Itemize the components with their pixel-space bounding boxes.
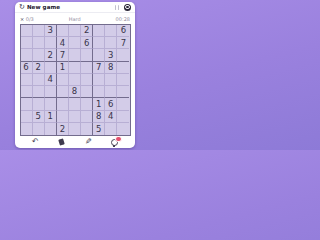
cell-r3c5[interactable] (69, 49, 81, 61)
timer: 00:28 (116, 16, 130, 22)
sudoku-board: 326467273621784816518425 (20, 24, 131, 136)
cell-r9c9[interactable] (117, 123, 129, 135)
cell-r4c8[interactable]: 8 (105, 62, 117, 74)
cell-r6c3[interactable] (45, 86, 57, 98)
cell-r1c3[interactable]: 3 (45, 25, 57, 37)
undo-icon: ↶ (32, 138, 39, 146)
cell-r1c2[interactable] (33, 25, 45, 37)
cell-r2c4[interactable]: 4 (57, 37, 69, 49)
cell-r6c4[interactable] (57, 86, 69, 98)
cell-r4c9[interactable] (117, 62, 129, 74)
mistakes-icon: × (20, 16, 24, 22)
cell-r3c7[interactable] (93, 49, 105, 61)
cell-r8c3[interactable]: 1 (45, 111, 57, 123)
cell-r3c3[interactable]: 2 (45, 49, 57, 61)
cell-r7c1[interactable] (21, 98, 33, 110)
cell-r8c2[interactable]: 5 (33, 111, 45, 123)
cell-r9c5[interactable] (69, 123, 81, 135)
cell-r4c2[interactable]: 2 (33, 62, 45, 74)
game-card: ↻ New game × 0/3 Hard 00:28 326467273621… (15, 2, 135, 148)
cell-r7c2[interactable] (33, 98, 45, 110)
cell-r8c5[interactable] (69, 111, 81, 123)
hint-badge (115, 136, 122, 143)
undo-button[interactable]: ↶ (29, 137, 41, 148)
cell-r6c9[interactable] (117, 86, 129, 98)
cell-r3c4[interactable]: 7 (57, 49, 69, 61)
cell-r1c8[interactable] (105, 25, 117, 37)
cell-r3c1[interactable] (21, 49, 33, 61)
cell-r3c9[interactable] (117, 49, 129, 61)
cell-r7c8[interactable]: 6 (105, 98, 117, 110)
cell-r4c6[interactable] (81, 62, 93, 74)
cell-r7c6[interactable] (81, 98, 93, 110)
settings-icon[interactable] (124, 4, 131, 11)
cell-r3c6[interactable] (81, 49, 93, 61)
cell-r2c9[interactable]: 7 (117, 37, 129, 49)
cell-r1c4[interactable] (57, 25, 69, 37)
erase-button[interactable] (56, 137, 68, 148)
cell-r5c6[interactable] (81, 74, 93, 86)
cell-r5c7[interactable] (93, 74, 105, 86)
cell-r5c8[interactable] (105, 74, 117, 86)
cell-r4c7[interactable]: 7 (93, 62, 105, 74)
cell-r9c1[interactable] (21, 123, 33, 135)
cell-r5c2[interactable] (33, 74, 45, 86)
cell-r2c1[interactable] (21, 37, 33, 49)
new-game-icon[interactable]: ↻ (19, 4, 25, 11)
eraser-icon (58, 138, 65, 145)
cell-r8c4[interactable] (57, 111, 69, 123)
cell-r2c3[interactable] (45, 37, 57, 49)
cell-r3c8[interactable]: 3 (105, 49, 117, 61)
cell-r5c1[interactable] (21, 74, 33, 86)
page-title: New game (27, 4, 60, 10)
cell-r7c9[interactable] (117, 98, 129, 110)
cell-r2c8[interactable] (105, 37, 117, 49)
difficulty-label: Hard (34, 16, 116, 22)
cell-r7c3[interactable] (45, 98, 57, 110)
status-bar: × 0/3 Hard 00:28 (15, 13, 135, 24)
cell-r4c3[interactable] (45, 62, 57, 74)
pencil-icon: ✎ (85, 138, 92, 146)
cell-r1c1[interactable] (21, 25, 33, 37)
cell-r8c6[interactable] (81, 111, 93, 123)
cell-r6c1[interactable] (21, 86, 33, 98)
cell-r7c7[interactable]: 1 (93, 98, 105, 110)
cell-r1c5[interactable] (69, 25, 81, 37)
cell-r8c8[interactable]: 4 (105, 111, 117, 123)
cell-r5c9[interactable] (117, 74, 129, 86)
cell-r6c2[interactable] (33, 86, 45, 98)
cell-r9c4[interactable]: 2 (57, 123, 69, 135)
cell-r9c8[interactable] (105, 123, 117, 135)
cell-r4c4[interactable]: 1 (57, 62, 69, 74)
cell-r1c6[interactable]: 2 (81, 25, 93, 37)
bottom-toolbar: ↶ ✎ (15, 136, 135, 148)
pause-icon[interactable] (115, 5, 120, 10)
top-bar: ↻ New game (15, 2, 135, 13)
cell-r6c8[interactable] (105, 86, 117, 98)
cell-r5c5[interactable] (69, 74, 81, 86)
cell-r9c6[interactable] (81, 123, 93, 135)
cell-r8c1[interactable] (21, 111, 33, 123)
cell-r3c2[interactable] (33, 49, 45, 61)
cell-r6c5[interactable]: 8 (69, 86, 81, 98)
cell-r5c3[interactable]: 4 (45, 74, 57, 86)
mistakes-counter: 0/3 (26, 16, 34, 22)
cell-r9c2[interactable] (33, 123, 45, 135)
cell-r5c4[interactable] (57, 74, 69, 86)
cell-r1c9[interactable]: 6 (117, 25, 129, 37)
cell-r8c9[interactable] (117, 111, 129, 123)
cell-r1c7[interactable] (93, 25, 105, 37)
cell-r2c7[interactable] (93, 37, 105, 49)
hint-button[interactable] (109, 137, 121, 148)
cell-r2c5[interactable] (69, 37, 81, 49)
cell-r7c4[interactable] (57, 98, 69, 110)
cell-r6c7[interactable] (93, 86, 105, 98)
cell-r8c7[interactable]: 8 (93, 111, 105, 123)
cell-r2c2[interactable] (33, 37, 45, 49)
cell-r9c3[interactable] (45, 123, 57, 135)
cell-r7c5[interactable] (69, 98, 81, 110)
cell-r9c7[interactable]: 5 (93, 123, 105, 135)
cell-r6c6[interactable] (81, 86, 93, 98)
notes-button[interactable]: ✎ (82, 137, 94, 148)
cell-r2c6[interactable]: 6 (81, 37, 93, 49)
cell-r4c1[interactable]: 6 (21, 62, 33, 74)
cell-r4c5[interactable] (69, 62, 81, 74)
